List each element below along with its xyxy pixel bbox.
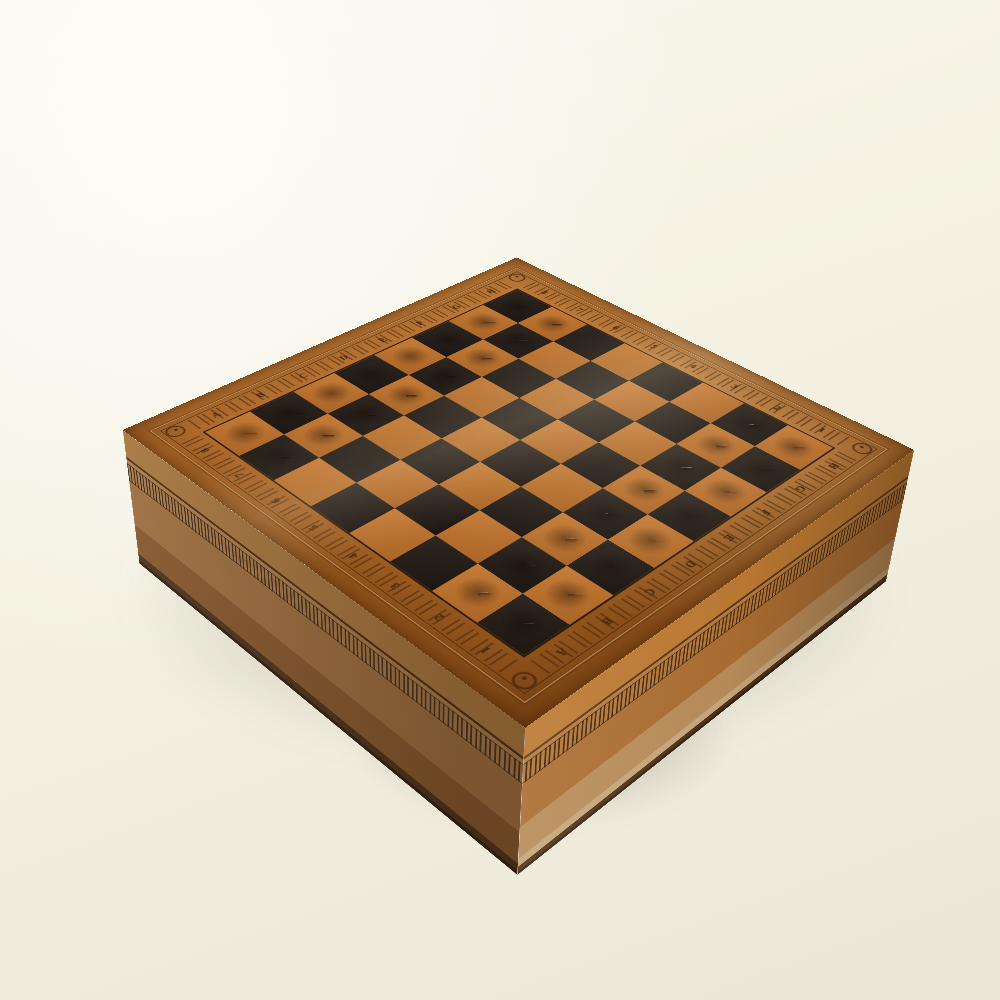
leather-chess-box: 87654321 87654321 HGFEDCBA HGFEDCBA ♜♟♟♜…: [123, 258, 914, 728]
white-rook-glyph: ♜: [470, 577, 578, 633]
corner-ornament-icon: [848, 441, 876, 457]
scene: 87654321 87654321 HGFEDCBA HGFEDCBA ♜♟♟♜…: [0, 0, 1000, 1000]
black-pawn-glyph: ♟: [233, 424, 326, 464]
square-e4[interactable]: [520, 419, 598, 463]
square-a7[interactable]: ♟: [239, 434, 320, 480]
square-a1[interactable]: ♜: [477, 593, 570, 655]
corner-ornament-icon: [161, 423, 189, 439]
square-d6[interactable]: [404, 396, 481, 438]
photo-backdrop: 87654321 87654321 HGFEDCBA HGFEDCBA ♜♟♟♜…: [0, 0, 1000, 1000]
corner-ornament-icon: [507, 668, 542, 693]
board-lid-top: 87654321 87654321 HGFEDCBA HGFEDCBA ♜♟♟♜…: [123, 258, 914, 728]
